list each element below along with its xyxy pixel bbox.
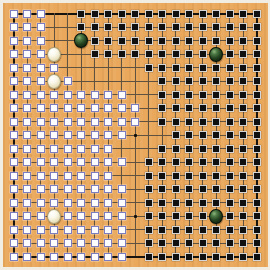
board-point[interactable] <box>182 101 196 115</box>
board-point[interactable] <box>223 20 237 34</box>
board-point[interactable] <box>196 128 210 142</box>
board-point[interactable] <box>115 155 129 169</box>
board-point[interactable] <box>182 47 196 61</box>
board-point[interactable] <box>101 47 115 61</box>
board-point[interactable] <box>142 169 156 183</box>
board-point[interactable] <box>88 34 102 48</box>
board-point[interactable] <box>209 34 223 48</box>
board-point[interactable] <box>128 250 142 264</box>
board-point[interactable] <box>61 155 75 169</box>
board-point[interactable] <box>155 250 169 264</box>
board-point[interactable] <box>155 115 169 129</box>
board-point[interactable] <box>47 196 61 210</box>
board-point[interactable] <box>142 236 156 250</box>
board-point[interactable] <box>155 196 169 210</box>
board-point[interactable] <box>7 250 21 264</box>
board-point[interactable] <box>169 250 183 264</box>
board-point[interactable] <box>142 34 156 48</box>
board-point[interactable] <box>236 47 250 61</box>
board-point[interactable] <box>101 61 115 75</box>
board-point[interactable] <box>61 61 75 75</box>
board-point[interactable] <box>7 209 21 223</box>
board-point[interactable] <box>88 155 102 169</box>
board-point[interactable] <box>128 155 142 169</box>
black-stone[interactable] <box>209 47 223 62</box>
board-point[interactable] <box>169 142 183 156</box>
board-point[interactable] <box>61 169 75 183</box>
board-point[interactable] <box>61 128 75 142</box>
board-point[interactable] <box>128 128 142 142</box>
board-point[interactable] <box>128 74 142 88</box>
board-point[interactable] <box>47 61 61 75</box>
board-point[interactable] <box>128 101 142 115</box>
board-point[interactable] <box>7 169 21 183</box>
board-point[interactable] <box>236 115 250 129</box>
board-point[interactable] <box>7 128 21 142</box>
board-point[interactable] <box>142 196 156 210</box>
board-point[interactable] <box>34 209 48 223</box>
board-point[interactable] <box>61 209 75 223</box>
board-point[interactable] <box>88 236 102 250</box>
board-point[interactable] <box>236 250 250 264</box>
board-point[interactable] <box>20 236 34 250</box>
board-point[interactable] <box>128 196 142 210</box>
board-point[interactable] <box>223 115 237 129</box>
board-point[interactable] <box>115 47 129 61</box>
board-point[interactable] <box>34 101 48 115</box>
board-point[interactable] <box>155 20 169 34</box>
board-point[interactable] <box>7 88 21 102</box>
board-point[interactable] <box>209 61 223 75</box>
board-point[interactable] <box>196 223 210 237</box>
board-point[interactable] <box>169 74 183 88</box>
board-point[interactable] <box>115 182 129 196</box>
board-point[interactable] <box>115 101 129 115</box>
board-point[interactable] <box>236 142 250 156</box>
board-point[interactable] <box>34 155 48 169</box>
board-point[interactable] <box>47 34 61 48</box>
board-point[interactable] <box>250 196 264 210</box>
board-point[interactable] <box>209 223 223 237</box>
board-point[interactable] <box>115 128 129 142</box>
board-point[interactable] <box>236 20 250 34</box>
board-point[interactable] <box>47 142 61 156</box>
board-point[interactable] <box>20 20 34 34</box>
board-point[interactable] <box>236 155 250 169</box>
board-point[interactable] <box>61 250 75 264</box>
board-point[interactable] <box>47 88 61 102</box>
board-point[interactable] <box>209 196 223 210</box>
board-point[interactable] <box>223 74 237 88</box>
board-point[interactable] <box>196 169 210 183</box>
board-point[interactable] <box>142 115 156 129</box>
board-point[interactable] <box>34 196 48 210</box>
board-point[interactable] <box>20 7 34 21</box>
board-point[interactable] <box>128 182 142 196</box>
board-point[interactable] <box>88 101 102 115</box>
board-point[interactable] <box>209 101 223 115</box>
board-point[interactable] <box>61 236 75 250</box>
board-point[interactable] <box>115 20 129 34</box>
board-point[interactable] <box>142 250 156 264</box>
board-point[interactable] <box>47 101 61 115</box>
board-point[interactable] <box>101 169 115 183</box>
board-point[interactable] <box>142 182 156 196</box>
board-point[interactable] <box>196 20 210 34</box>
board-point[interactable] <box>182 115 196 129</box>
board-point[interactable] <box>101 223 115 237</box>
board-point[interactable] <box>250 7 264 21</box>
board-point[interactable] <box>128 20 142 34</box>
board-point[interactable] <box>182 128 196 142</box>
board-point[interactable] <box>223 47 237 61</box>
board-point[interactable] <box>101 101 115 115</box>
board-point[interactable] <box>20 88 34 102</box>
board-point[interactable] <box>88 142 102 156</box>
board-point[interactable] <box>209 182 223 196</box>
board-point[interactable] <box>61 142 75 156</box>
board-point[interactable] <box>74 236 88 250</box>
board-point[interactable] <box>20 61 34 75</box>
board-point[interactable] <box>88 88 102 102</box>
board-point[interactable] <box>7 182 21 196</box>
board-point[interactable] <box>61 196 75 210</box>
board-point[interactable] <box>169 47 183 61</box>
board-point[interactable] <box>142 101 156 115</box>
board-point[interactable] <box>47 223 61 237</box>
board-point[interactable] <box>128 169 142 183</box>
board-point[interactable] <box>209 128 223 142</box>
board-point[interactable] <box>115 61 129 75</box>
board-point[interactable] <box>155 34 169 48</box>
board-point[interactable] <box>20 128 34 142</box>
board-point[interactable] <box>250 88 264 102</box>
board-point[interactable] <box>74 115 88 129</box>
board-point[interactable] <box>209 74 223 88</box>
board-point[interactable] <box>34 223 48 237</box>
board-point[interactable] <box>209 250 223 264</box>
board-point[interactable] <box>20 196 34 210</box>
board-point[interactable] <box>155 209 169 223</box>
board-point[interactable] <box>7 34 21 48</box>
board-point[interactable] <box>236 236 250 250</box>
board-point[interactable] <box>236 169 250 183</box>
board-point[interactable] <box>223 223 237 237</box>
board-point[interactable] <box>74 20 88 34</box>
board-point[interactable] <box>196 88 210 102</box>
board-point[interactable] <box>61 47 75 61</box>
board-point[interactable] <box>20 101 34 115</box>
board-point[interactable] <box>88 20 102 34</box>
board-point[interactable] <box>47 182 61 196</box>
board-point[interactable] <box>115 196 129 210</box>
board-point[interactable] <box>250 115 264 129</box>
board-point[interactable] <box>47 47 61 61</box>
board-point[interactable] <box>74 61 88 75</box>
board-point[interactable] <box>142 47 156 61</box>
board-point[interactable] <box>74 209 88 223</box>
board-point[interactable] <box>169 20 183 34</box>
board-point[interactable] <box>236 101 250 115</box>
board-point[interactable] <box>115 236 129 250</box>
board-point[interactable] <box>155 223 169 237</box>
white-stone[interactable] <box>47 209 61 224</box>
board-point[interactable] <box>74 155 88 169</box>
board-point[interactable] <box>250 128 264 142</box>
board-point[interactable] <box>236 209 250 223</box>
board-point[interactable] <box>182 250 196 264</box>
board-point[interactable] <box>236 223 250 237</box>
board-point[interactable] <box>7 223 21 237</box>
board-point[interactable] <box>142 20 156 34</box>
board-point[interactable] <box>169 115 183 129</box>
board-point[interactable] <box>74 223 88 237</box>
board-point[interactable] <box>223 196 237 210</box>
board-point[interactable] <box>182 236 196 250</box>
board-point[interactable] <box>88 128 102 142</box>
board-point[interactable] <box>47 169 61 183</box>
board-point[interactable] <box>182 155 196 169</box>
board-point[interactable] <box>34 7 48 21</box>
board-point[interactable] <box>182 34 196 48</box>
board-point[interactable] <box>47 115 61 129</box>
board-point[interactable] <box>61 7 75 21</box>
board-point[interactable] <box>61 20 75 34</box>
board-point[interactable] <box>250 101 264 115</box>
board-point[interactable] <box>101 7 115 21</box>
board-point[interactable] <box>47 236 61 250</box>
board-point[interactable] <box>74 7 88 21</box>
board-point[interactable] <box>115 74 129 88</box>
board-point[interactable] <box>101 196 115 210</box>
board-point[interactable] <box>223 236 237 250</box>
board-point[interactable] <box>128 47 142 61</box>
board-point[interactable] <box>236 182 250 196</box>
board-point[interactable] <box>115 7 129 21</box>
board-point[interactable] <box>169 223 183 237</box>
board-point[interactable] <box>101 250 115 264</box>
board-point[interactable] <box>20 223 34 237</box>
board-point[interactable] <box>34 88 48 102</box>
board-point[interactable] <box>155 61 169 75</box>
board-point[interactable] <box>20 74 34 88</box>
board-point[interactable] <box>101 209 115 223</box>
board-point[interactable] <box>128 115 142 129</box>
board-point[interactable] <box>7 47 21 61</box>
board-point[interactable] <box>88 250 102 264</box>
board-point[interactable] <box>142 155 156 169</box>
board-point[interactable] <box>74 182 88 196</box>
board-point[interactable] <box>34 74 48 88</box>
board-point[interactable] <box>182 196 196 210</box>
board-point[interactable] <box>223 128 237 142</box>
board-point[interactable] <box>169 182 183 196</box>
board-point[interactable] <box>155 7 169 21</box>
board-point[interactable] <box>155 236 169 250</box>
board-point[interactable] <box>209 142 223 156</box>
board-point[interactable] <box>61 101 75 115</box>
board-point[interactable] <box>115 34 129 48</box>
board-point[interactable] <box>250 155 264 169</box>
board-point[interactable] <box>88 115 102 129</box>
board-point[interactable] <box>209 155 223 169</box>
board-point[interactable] <box>155 47 169 61</box>
board-point[interactable] <box>115 223 129 237</box>
board-point[interactable] <box>182 209 196 223</box>
board-point[interactable] <box>155 128 169 142</box>
board-point[interactable] <box>223 250 237 264</box>
board-point[interactable] <box>34 182 48 196</box>
board-point[interactable] <box>169 101 183 115</box>
board-point[interactable] <box>74 128 88 142</box>
board-point[interactable] <box>169 169 183 183</box>
board-point[interactable] <box>47 7 61 21</box>
board-point[interactable] <box>7 74 21 88</box>
board-point[interactable] <box>250 74 264 88</box>
board-point[interactable] <box>209 169 223 183</box>
board-point[interactable] <box>20 182 34 196</box>
board-point[interactable] <box>88 223 102 237</box>
board-point[interactable] <box>196 182 210 196</box>
board-point[interactable] <box>88 61 102 75</box>
board-point[interactable] <box>223 88 237 102</box>
board-point[interactable] <box>61 182 75 196</box>
board-point[interactable] <box>101 115 115 129</box>
black-stone[interactable] <box>74 33 88 48</box>
board-point[interactable] <box>61 115 75 129</box>
board-point[interactable] <box>115 250 129 264</box>
board-point[interactable] <box>182 7 196 21</box>
board-point[interactable] <box>7 142 21 156</box>
board-point[interactable] <box>47 209 61 223</box>
board-point[interactable] <box>88 209 102 223</box>
board-point[interactable] <box>74 142 88 156</box>
board-point[interactable] <box>7 196 21 210</box>
board-point[interactable] <box>142 74 156 88</box>
board-point[interactable] <box>250 250 264 264</box>
board-point[interactable] <box>7 101 21 115</box>
board-point[interactable] <box>182 61 196 75</box>
board-point[interactable] <box>182 20 196 34</box>
board-point[interactable] <box>209 236 223 250</box>
board-point[interactable] <box>223 101 237 115</box>
board-point[interactable] <box>34 236 48 250</box>
board-point[interactable] <box>115 115 129 129</box>
board-point[interactable] <box>34 20 48 34</box>
board-point[interactable] <box>34 115 48 129</box>
board-point[interactable] <box>74 74 88 88</box>
board-point[interactable] <box>7 155 21 169</box>
board-point[interactable] <box>74 47 88 61</box>
board-point[interactable] <box>209 47 223 61</box>
board-point[interactable] <box>34 142 48 156</box>
board-point[interactable] <box>47 155 61 169</box>
board-point[interactable] <box>250 61 264 75</box>
board-point[interactable] <box>74 196 88 210</box>
board-point[interactable] <box>142 7 156 21</box>
board-point[interactable] <box>74 34 88 48</box>
board-point[interactable] <box>115 88 129 102</box>
board-point[interactable] <box>61 88 75 102</box>
board-point[interactable] <box>236 61 250 75</box>
board-point[interactable] <box>196 250 210 264</box>
board-point[interactable] <box>196 236 210 250</box>
board-point[interactable] <box>182 142 196 156</box>
board-point[interactable] <box>101 155 115 169</box>
board-point[interactable] <box>34 250 48 264</box>
white-stone[interactable] <box>47 74 61 89</box>
board-point[interactable] <box>250 20 264 34</box>
board-point[interactable] <box>34 128 48 142</box>
board-point[interactable] <box>20 209 34 223</box>
board-point[interactable] <box>47 20 61 34</box>
board-point[interactable] <box>7 7 21 21</box>
board-point[interactable] <box>236 128 250 142</box>
board-point[interactable] <box>88 182 102 196</box>
board-point[interactable] <box>236 7 250 21</box>
board-point[interactable] <box>88 7 102 21</box>
board-point[interactable] <box>74 101 88 115</box>
board-point[interactable] <box>209 115 223 129</box>
board-point[interactable] <box>223 34 237 48</box>
board-point[interactable] <box>196 142 210 156</box>
board-point[interactable] <box>196 34 210 48</box>
board-point[interactable] <box>209 209 223 223</box>
board-point[interactable] <box>74 88 88 102</box>
board-point[interactable] <box>20 142 34 156</box>
board-point[interactable] <box>223 142 237 156</box>
board-point[interactable] <box>20 115 34 129</box>
board-point[interactable] <box>209 88 223 102</box>
board-point[interactable] <box>250 169 264 183</box>
board-point[interactable] <box>128 223 142 237</box>
board-point[interactable] <box>182 74 196 88</box>
board-point[interactable] <box>209 7 223 21</box>
board-point[interactable] <box>61 34 75 48</box>
board-point[interactable] <box>236 34 250 48</box>
board-point[interactable] <box>169 209 183 223</box>
board-point[interactable] <box>128 7 142 21</box>
board-point[interactable] <box>182 223 196 237</box>
board-point[interactable] <box>169 34 183 48</box>
board-point[interactable] <box>196 209 210 223</box>
board-point[interactable] <box>20 47 34 61</box>
board-point[interactable] <box>88 169 102 183</box>
board-point[interactable] <box>155 88 169 102</box>
board-point[interactable] <box>101 142 115 156</box>
board-point[interactable] <box>223 209 237 223</box>
board-point[interactable] <box>34 61 48 75</box>
board-point[interactable] <box>101 20 115 34</box>
board-point[interactable] <box>250 142 264 156</box>
board-point[interactable] <box>223 61 237 75</box>
board-point[interactable] <box>142 88 156 102</box>
board-point[interactable] <box>196 47 210 61</box>
white-stone[interactable] <box>47 47 61 62</box>
board-point[interactable] <box>34 47 48 61</box>
board-point[interactable] <box>196 61 210 75</box>
board-point[interactable] <box>20 250 34 264</box>
board-point[interactable] <box>74 169 88 183</box>
board-point[interactable] <box>236 88 250 102</box>
board-point[interactable] <box>101 88 115 102</box>
board-point[interactable] <box>209 20 223 34</box>
board-point[interactable] <box>115 169 129 183</box>
board-point[interactable] <box>128 209 142 223</box>
board-point[interactable] <box>236 196 250 210</box>
board-point[interactable] <box>74 250 88 264</box>
board-point[interactable] <box>155 169 169 183</box>
